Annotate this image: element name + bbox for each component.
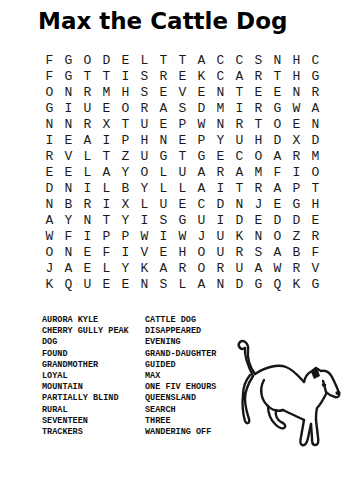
grid-cell-r2c9: K — [192, 68, 211, 84]
grid-cell-r3c11: T — [230, 84, 249, 100]
grid-cell-r6c12: H — [249, 132, 268, 148]
grid-cell-r11c5: Y — [116, 212, 135, 228]
grid-cell-r11c12: E — [249, 212, 268, 228]
grid-cell-r1c8: T — [173, 52, 192, 68]
grid-cell-r3c7: E — [154, 84, 173, 100]
grid-cell-r5c14: E — [287, 116, 306, 132]
grid-cell-r9c9: A — [192, 180, 211, 196]
grid-cell-r2c13: T — [268, 68, 287, 84]
grid-cell-r6c10: Y — [211, 132, 230, 148]
grid-cell-r13c12: S — [249, 244, 268, 260]
grid-cell-r8c6: O — [135, 164, 154, 180]
word-item: GRANDMOTHER — [42, 360, 146, 371]
grid-cell-r3c3: R — [78, 84, 97, 100]
grid-cell-r11c11: D — [230, 212, 249, 228]
grid-cell-r12c8: W — [173, 228, 192, 244]
grid-cell-r14c2: A — [59, 260, 78, 276]
grid-cell-r14c4: L — [97, 260, 116, 276]
grid-cell-r14c13: W — [268, 260, 287, 276]
grid-cell-r10c8: E — [173, 196, 192, 212]
grid-cell-r3c2: N — [59, 84, 78, 100]
grid-cell-r14c8: R — [173, 260, 192, 276]
grid-cell-r5c6: U — [135, 116, 154, 132]
word-item: CATTLE DOG — [145, 315, 257, 326]
grid-cell-r2c3: T — [78, 68, 97, 84]
grid-cell-r1c5: E — [116, 52, 135, 68]
grid-cell-r8c13: F — [268, 164, 287, 180]
grid-cell-r13c1: O — [40, 244, 59, 260]
dog-head-outline — [304, 368, 339, 397]
grid-cell-r1c15: C — [306, 52, 325, 68]
word-item: PARTIALLY BLIND — [42, 393, 146, 404]
grid-cell-r6c3: A — [78, 132, 97, 148]
grid-cell-r1c10: C — [211, 52, 230, 68]
grid-cell-r12c6: W — [135, 228, 154, 244]
grid-cell-r11c4: T — [97, 212, 116, 228]
grid-cell-r1c4: D — [97, 52, 116, 68]
grid-cell-r14c7: A — [154, 260, 173, 276]
grid-cell-r14c3: E — [78, 260, 97, 276]
grid-cell-r15c3: U — [78, 276, 97, 292]
grid-cell-r12c1: W — [40, 228, 59, 244]
grid-cell-r4c8: S — [173, 100, 192, 116]
grid-cell-r2c1: F — [40, 68, 59, 84]
grid-cell-r2c6: S — [135, 68, 154, 84]
grid-cell-r14c5: Y — [116, 260, 135, 276]
grid-cell-r4c9: D — [192, 100, 211, 116]
grid-cell-r4c10: M — [211, 100, 230, 116]
grid-cell-r5c3: R — [78, 116, 97, 132]
grid-cell-r9c15: T — [306, 180, 325, 196]
grid-cell-r1c1: F — [40, 52, 59, 68]
grid-cell-r10c2: B — [59, 196, 78, 212]
grid-cell-r13c11: R — [230, 244, 249, 260]
grid-cell-r11c10: I — [211, 212, 230, 228]
grid-cell-r4c5: O — [116, 100, 135, 116]
grid-cell-r6c6: H — [135, 132, 154, 148]
grid-cell-r12c3: I — [78, 228, 97, 244]
grid-cell-r9c3: I — [78, 180, 97, 196]
grid-cell-r11c2: Y — [59, 212, 78, 228]
grid-cell-r11c9: U — [192, 212, 211, 228]
grid-cell-r8c14: I — [287, 164, 306, 180]
grid-cell-r7c6: U — [135, 148, 154, 164]
grid-cell-r13c5: I — [116, 244, 135, 260]
dog-back — [255, 366, 304, 382]
grid-cell-r7c3: L — [78, 148, 97, 164]
word-item: DOG — [42, 337, 146, 348]
grid-cell-r12c4: P — [97, 228, 116, 244]
dog-belly — [283, 410, 304, 420]
grid-cell-r9c5: B — [116, 180, 135, 196]
grid-cell-r7c10: E — [211, 148, 230, 164]
grid-cell-r6c8: E — [173, 132, 192, 148]
grid-cell-r7c12: O — [249, 148, 268, 164]
grid-cell-r4c6: R — [135, 100, 154, 116]
grid-cell-r13c13: A — [268, 244, 287, 260]
grid-cell-r10c10: D — [211, 196, 230, 212]
grid-cell-r2c15: G — [306, 68, 325, 84]
grid-cell-r13c3: E — [78, 244, 97, 260]
grid-cell-r5c11: R — [230, 116, 249, 132]
grid-cell-r12c15: R — [306, 228, 325, 244]
grid-cell-r11c14: D — [287, 212, 306, 228]
grid-cell-r8c9: A — [192, 164, 211, 180]
grid-cell-r15c11: D — [230, 276, 249, 292]
grid-cell-r9c13: A — [268, 180, 287, 196]
word-item: RURAL — [42, 405, 146, 416]
grid-cell-r3c9: E — [192, 84, 211, 100]
grid-cell-r12c13: O — [268, 228, 287, 244]
grid-cell-r9c4: L — [97, 180, 116, 196]
grid-cell-r5c9: W — [192, 116, 211, 132]
grid-cell-r15c12: G — [249, 276, 268, 292]
grid-cell-r9c14: P — [287, 180, 306, 196]
grid-cell-r10c7: U — [154, 196, 173, 212]
grid-cell-r15c7: S — [154, 276, 173, 292]
grid-cell-r8c12: M — [249, 164, 268, 180]
grid-cell-r12c11: K — [230, 228, 249, 244]
grid-cell-r9c2: N — [59, 180, 78, 196]
grid-cell-r2c7: R — [154, 68, 173, 84]
grid-cell-r13c4: F — [97, 244, 116, 260]
grid-cell-r1c6: L — [135, 52, 154, 68]
grid-cell-r8c4: A — [97, 164, 116, 180]
grid-cell-r9c6: Y — [135, 180, 154, 196]
grid-cell-r13c15: F — [306, 244, 325, 260]
grid-cell-r13c2: N — [59, 244, 78, 260]
grid-cell-r2c10: C — [211, 68, 230, 84]
grid-cell-r4c4: E — [97, 100, 116, 116]
dog-front-leg-far — [300, 420, 311, 445]
grid-cell-r6c13: D — [268, 132, 287, 148]
grid-cell-r7c15: M — [306, 148, 325, 164]
grid-cell-r8c1: E — [40, 164, 59, 180]
grid-cell-r6c5: P — [116, 132, 135, 148]
grid-cell-r3c15: R — [306, 84, 325, 100]
grid-cell-r10c3: R — [78, 196, 97, 212]
grid-cell-r14c15: V — [306, 260, 325, 276]
grid-cell-r7c11: C — [230, 148, 249, 164]
grid-cell-r5c15: N — [306, 116, 325, 132]
word-list-left: AURORA KYLECHERRY GULLY PEAKDOGFOUNDGRAN… — [42, 315, 146, 438]
word-item: SEVENTEEN — [42, 416, 146, 427]
grid-cell-r14c6: K — [135, 260, 154, 276]
grid-cell-r12c9: J — [192, 228, 211, 244]
grid-cell-r8c10: R — [211, 164, 230, 180]
grid-cell-r11c13: D — [268, 212, 287, 228]
grid-cell-r10c14: G — [287, 196, 306, 212]
grid-cell-r10c4: I — [97, 196, 116, 212]
dog-eye-icon — [322, 384, 327, 387]
grid-cell-r12c5: P — [116, 228, 135, 244]
grid-cell-r15c4: E — [97, 276, 116, 292]
grid-cell-r3c5: H — [116, 84, 135, 100]
grid-cell-r4c11: I — [230, 100, 249, 116]
grid-cell-r5c7: E — [154, 116, 173, 132]
grid-cell-r3c10: N — [211, 84, 230, 100]
grid-cell-r8c7: L — [154, 164, 173, 180]
grid-cell-r11c7: S — [154, 212, 173, 228]
grid-cell-r15c15: G — [306, 276, 325, 292]
grid-cell-r2c2: G — [59, 68, 78, 84]
grid-cell-r6c9: P — [192, 132, 211, 148]
dog-rear-leg-far — [243, 375, 253, 423]
grid-cell-r8c11: A — [230, 164, 249, 180]
grid-cell-r11c1: A — [40, 212, 59, 228]
grid-cell-r5c10: N — [211, 116, 230, 132]
grid-cell-r4c15: A — [306, 100, 325, 116]
dog-illustration — [228, 333, 351, 473]
grid-cell-r15c10: N — [211, 276, 230, 292]
grid-cell-r2c5: I — [116, 68, 135, 84]
grid-cell-r3c8: V — [173, 84, 192, 100]
grid-cell-r10c13: E — [268, 196, 287, 212]
grid-cell-r1c3: O — [78, 52, 97, 68]
grid-cell-r6c2: E — [59, 132, 78, 148]
word-item: MOUNTAIN — [42, 382, 146, 393]
grid-cell-r6c15: D — [306, 132, 325, 148]
grid-cell-r5c5: T — [116, 116, 135, 132]
grid-cell-r5c4: X — [97, 116, 116, 132]
grid-cell-r15c2: Q — [59, 276, 78, 292]
dog-jaw — [323, 381, 326, 392]
grid-cell-r15c5: E — [116, 276, 135, 292]
grid-cell-r11c15: E — [306, 212, 325, 228]
grid-cell-r1c14: H — [287, 52, 306, 68]
grid-cell-r4c14: W — [287, 100, 306, 116]
grid-cell-r15c9: A — [192, 276, 211, 292]
grid-cell-r8c15: O — [306, 164, 325, 180]
grid-cell-r13c14: B — [287, 244, 306, 260]
grid-cell-r7c4: T — [97, 148, 116, 164]
word-item: CHERRY GULLY PEAK — [42, 326, 146, 337]
grid-cell-r6c14: X — [287, 132, 306, 148]
grid-cell-r12c12: N — [249, 228, 268, 244]
grid-cell-r6c4: I — [97, 132, 116, 148]
grid-cell-r8c8: U — [173, 164, 192, 180]
grid-cell-r1c7: T — [154, 52, 173, 68]
grid-cell-r2c8: E — [173, 68, 192, 84]
grid-cell-r5c2: N — [59, 116, 78, 132]
word-item: LOYAL — [42, 371, 146, 382]
grid-cell-r12c7: I — [154, 228, 173, 244]
grid-cell-r8c3: L — [78, 164, 97, 180]
grid-cell-r13c7: E — [154, 244, 173, 260]
grid-cell-r7c5: Z — [116, 148, 135, 164]
grid-cell-r15c1: K — [40, 276, 59, 292]
word-search-grid: FGODELTTACCSNHCFGTTISREKCARTHGONRMHSEVEN… — [40, 52, 325, 292]
grid-cell-r10c12: J — [249, 196, 268, 212]
grid-cell-r1c11: C — [230, 52, 249, 68]
grid-cell-r10c6: L — [135, 196, 154, 212]
grid-cell-r11c3: N — [78, 212, 97, 228]
word-item: AURORA KYLE — [42, 315, 146, 326]
grid-cell-r10c9: C — [192, 196, 211, 212]
puzzle-title: Max the Cattle Dog — [38, 8, 348, 34]
word-item: TRACKERS — [42, 427, 146, 438]
grid-cell-r6c1: I — [40, 132, 59, 148]
grid-cell-r14c12: A — [249, 260, 268, 276]
grid-cell-r9c7: L — [154, 180, 173, 196]
grid-cell-r13c10: U — [211, 244, 230, 260]
grid-cell-r4c7: A — [154, 100, 173, 116]
dog-haunch — [261, 380, 283, 411]
grid-cell-r12c10: U — [211, 228, 230, 244]
grid-cell-r7c2: V — [59, 148, 78, 164]
grid-cell-r7c8: T — [173, 148, 192, 164]
grid-cell-r5c8: P — [173, 116, 192, 132]
dog-nose-icon — [335, 391, 340, 395]
grid-cell-r11c6: I — [135, 212, 154, 228]
grid-cell-r2c14: H — [287, 68, 306, 84]
grid-cell-r5c1: N — [40, 116, 59, 132]
grid-cell-r9c8: L — [173, 180, 192, 196]
grid-cell-r8c2: E — [59, 164, 78, 180]
grid-cell-r1c2: G — [59, 52, 78, 68]
grid-cell-r5c12: T — [249, 116, 268, 132]
grid-cell-r12c14: Z — [287, 228, 306, 244]
grid-cell-r4c3: U — [78, 100, 97, 116]
dog-chest — [316, 394, 326, 420]
grid-cell-r12c2: F — [59, 228, 78, 244]
grid-cell-r9c11: T — [230, 180, 249, 196]
grid-cell-r2c4: T — [97, 68, 116, 84]
word-item: FOUND — [42, 349, 146, 360]
grid-cell-r9c10: I — [211, 180, 230, 196]
grid-cell-r9c12: R — [249, 180, 268, 196]
grid-cell-r13c9: O — [192, 244, 211, 260]
grid-cell-r2c11: A — [230, 68, 249, 84]
grid-cell-r9c1: D — [40, 180, 59, 196]
grid-cell-r14c1: J — [40, 260, 59, 276]
grid-cell-r13c8: H — [173, 244, 192, 260]
grid-cell-r3c4: M — [97, 84, 116, 100]
grid-cell-r7c13: A — [268, 148, 287, 164]
grid-cell-r15c8: L — [173, 276, 192, 292]
grid-cell-r11c8: G — [173, 212, 192, 228]
grid-cell-r13c6: V — [135, 244, 154, 260]
grid-cell-r3c14: N — [287, 84, 306, 100]
grid-cell-r7c9: G — [192, 148, 211, 164]
grid-cell-r15c6: N — [135, 276, 154, 292]
grid-cell-r3c1: O — [40, 84, 59, 100]
grid-cell-r6c7: N — [154, 132, 173, 148]
grid-cell-r4c2: I — [59, 100, 78, 116]
grid-cell-r1c9: A — [192, 52, 211, 68]
grid-cell-r14c10: R — [211, 260, 230, 276]
grid-cell-r3c13: E — [268, 84, 287, 100]
grid-cell-r10c1: N — [40, 196, 59, 212]
grid-cell-r10c5: X — [116, 196, 135, 212]
grid-cell-r4c1: G — [40, 100, 59, 116]
grid-cell-r3c12: E — [249, 84, 268, 100]
grid-cell-r10c11: N — [230, 196, 249, 212]
grid-cell-r3c6: S — [135, 84, 154, 100]
grid-cell-r1c13: N — [268, 52, 287, 68]
grid-cell-r4c13: G — [268, 100, 287, 116]
grid-cell-r10c15: H — [306, 196, 325, 212]
grid-cell-r2c12: R — [249, 68, 268, 84]
grid-cell-r6c11: U — [230, 132, 249, 148]
grid-cell-r14c14: R — [287, 260, 306, 276]
grid-cell-r7c1: R — [40, 148, 59, 164]
grid-cell-r8c5: Y — [116, 164, 135, 180]
grid-cell-r1c12: S — [249, 52, 268, 68]
grid-cell-r4c12: R — [249, 100, 268, 116]
grid-cell-r15c13: Q — [268, 276, 287, 292]
grid-cell-r5c13: O — [268, 116, 287, 132]
grid-cell-r7c14: R — [287, 148, 306, 164]
grid-cell-r7c7: G — [154, 148, 173, 164]
grid-cell-r14c11: U — [230, 260, 249, 276]
grid-cell-r15c14: K — [287, 276, 306, 292]
grid-cell-r14c9: O — [192, 260, 211, 276]
